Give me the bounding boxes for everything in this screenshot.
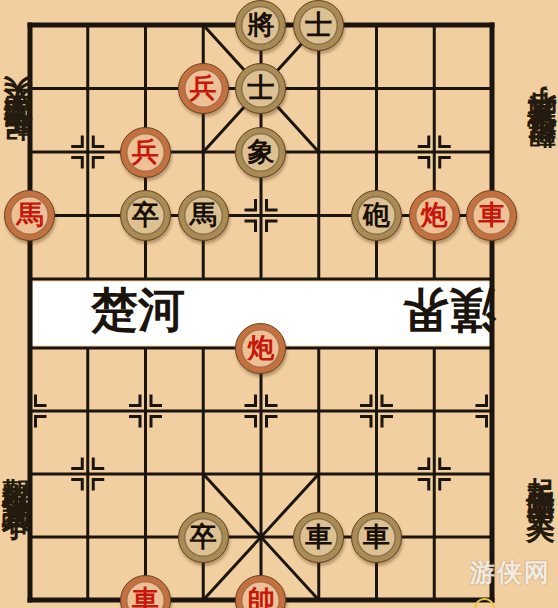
- black-soldier[interactable]: 卒: [120, 190, 171, 241]
- board-grid[interactable]: 將士兵士兵象馬卒馬砲炮車炮卒車車車帥: [1, 0, 521, 608]
- xiangqi-board-screenshot: 起手無回大丈夫 觀棋不語真君子 觀棋不語真君子 起手無回大丈夫 楚河 漢界 將士…: [0, 0, 558, 608]
- black-soldier[interactable]: 卒: [178, 512, 229, 563]
- red-cannon[interactable]: 炮: [409, 190, 460, 241]
- black-cannon[interactable]: 砲: [351, 190, 402, 241]
- black-chariot[interactable]: 車: [351, 512, 402, 563]
- black-horse[interactable]: 馬: [178, 190, 229, 241]
- red-chariot[interactable]: 車: [120, 575, 171, 608]
- black-advisor[interactable]: 士: [235, 63, 286, 114]
- watermark-text: 游侠网: [470, 556, 551, 589]
- black-chariot[interactable]: 車: [293, 512, 344, 563]
- red-cannon[interactable]: 炮: [235, 323, 286, 374]
- black-elephant[interactable]: 象: [235, 127, 286, 178]
- black-advisor[interactable]: 士: [293, 0, 344, 51]
- black-general[interactable]: 將: [235, 0, 286, 51]
- red-general[interactable]: 帥: [235, 575, 286, 608]
- calligraphy-right-top: 觀棋不語真君子: [525, 24, 557, 280]
- red-soldier[interactable]: 兵: [178, 63, 229, 114]
- red-chariot[interactable]: 車: [466, 190, 517, 241]
- red-soldier[interactable]: 兵: [120, 127, 171, 178]
- red-horse[interactable]: 馬: [4, 190, 55, 241]
